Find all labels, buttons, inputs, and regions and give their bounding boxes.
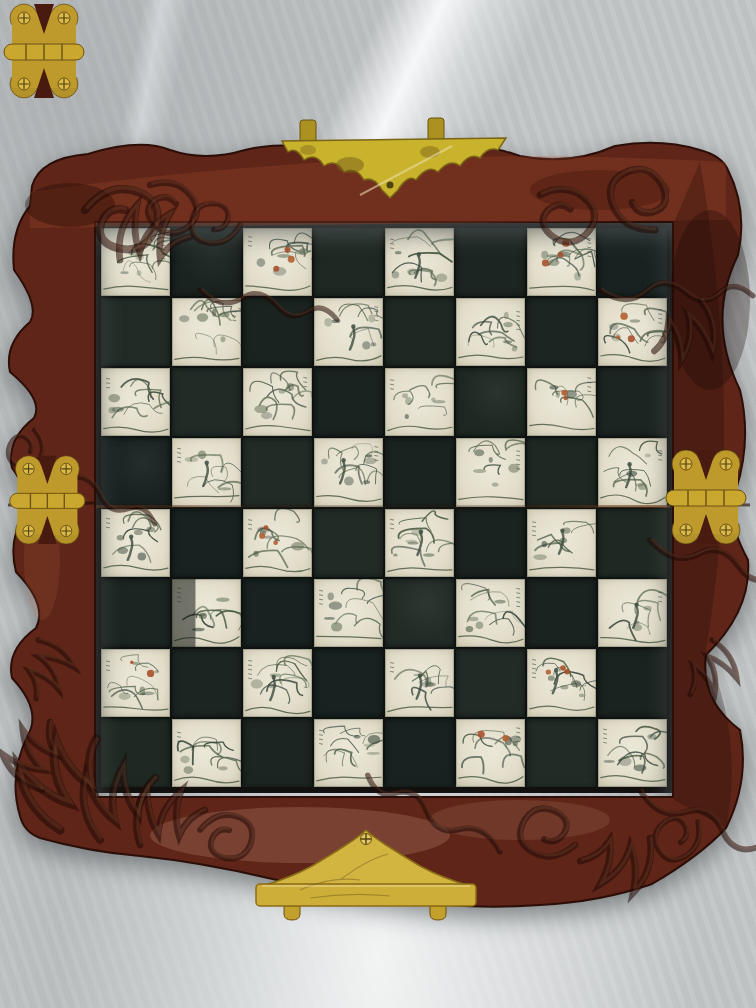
- right-hinge: [666, 450, 746, 544]
- clasp-hole-icon: [387, 182, 394, 189]
- screw-icon: [361, 834, 372, 845]
- frame-fold-seam: [8, 503, 750, 505]
- left-hinge: [10, 456, 85, 544]
- wood-frame: [0, 143, 756, 908]
- photo-antique-chessboard-box: [0, 0, 756, 1008]
- frame-and-hardware: [0, 0, 756, 1008]
